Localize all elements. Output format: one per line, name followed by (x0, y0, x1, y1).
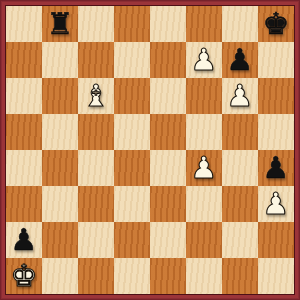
white-bishop-c6[interactable]: ♝ (83, 78, 110, 114)
square-c6[interactable]: ♝ (78, 78, 114, 114)
square-a3[interactable] (6, 186, 42, 222)
square-d6[interactable] (114, 78, 150, 114)
square-d4[interactable] (114, 150, 150, 186)
square-a1[interactable]: ♚ (6, 258, 42, 294)
white-pawn-h3[interactable]: ♟ (263, 186, 290, 222)
white-pawn-g6[interactable]: ♟ (227, 78, 254, 114)
square-b3[interactable] (42, 186, 78, 222)
square-d1[interactable] (114, 258, 150, 294)
black-pawn-g7[interactable]: ♟ (227, 42, 254, 78)
square-d8[interactable] (114, 6, 150, 42)
square-c2[interactable] (78, 222, 114, 258)
square-g5[interactable] (222, 114, 258, 150)
square-a8[interactable] (6, 6, 42, 42)
square-d5[interactable] (114, 114, 150, 150)
square-e6[interactable] (150, 78, 186, 114)
black-king-h8[interactable]: ♚ (263, 6, 290, 42)
square-g4[interactable] (222, 150, 258, 186)
square-h7[interactable] (258, 42, 294, 78)
square-g8[interactable] (222, 6, 258, 42)
square-b7[interactable] (42, 42, 78, 78)
square-d3[interactable] (114, 186, 150, 222)
square-f3[interactable] (186, 186, 222, 222)
chess-board: ♜♚♟♟♝♟♟♟♟♟♚ (5, 5, 295, 295)
square-e8[interactable] (150, 6, 186, 42)
square-c1[interactable] (78, 258, 114, 294)
square-h1[interactable] (258, 258, 294, 294)
square-e5[interactable] (150, 114, 186, 150)
square-c3[interactable] (78, 186, 114, 222)
square-f6[interactable] (186, 78, 222, 114)
square-h6[interactable] (258, 78, 294, 114)
square-g1[interactable] (222, 258, 258, 294)
square-c4[interactable] (78, 150, 114, 186)
square-b6[interactable] (42, 78, 78, 114)
square-b4[interactable] (42, 150, 78, 186)
square-g7[interactable]: ♟ (222, 42, 258, 78)
white-king-a1[interactable]: ♚ (11, 258, 38, 294)
square-a5[interactable] (6, 114, 42, 150)
square-h8[interactable]: ♚ (258, 6, 294, 42)
square-b5[interactable] (42, 114, 78, 150)
square-a4[interactable] (6, 150, 42, 186)
black-pawn-a2[interactable]: ♟ (11, 222, 38, 258)
square-h4[interactable]: ♟ (258, 150, 294, 186)
square-f2[interactable] (186, 222, 222, 258)
square-a6[interactable] (6, 78, 42, 114)
black-pawn-h4[interactable]: ♟ (263, 150, 290, 186)
square-f1[interactable] (186, 258, 222, 294)
square-a7[interactable] (6, 42, 42, 78)
square-f5[interactable] (186, 114, 222, 150)
black-rook-b8[interactable]: ♜ (47, 6, 74, 42)
square-f8[interactable] (186, 6, 222, 42)
square-e1[interactable] (150, 258, 186, 294)
square-e2[interactable] (150, 222, 186, 258)
square-b8[interactable]: ♜ (42, 6, 78, 42)
square-g2[interactable] (222, 222, 258, 258)
square-g6[interactable]: ♟ (222, 78, 258, 114)
board-frame: ♜♚♟♟♝♟♟♟♟♟♚ (0, 0, 300, 300)
square-h3[interactable]: ♟ (258, 186, 294, 222)
square-f7[interactable]: ♟ (186, 42, 222, 78)
square-g3[interactable] (222, 186, 258, 222)
square-d7[interactable] (114, 42, 150, 78)
square-b1[interactable] (42, 258, 78, 294)
square-c5[interactable] (78, 114, 114, 150)
square-c7[interactable] (78, 42, 114, 78)
square-e4[interactable] (150, 150, 186, 186)
square-e3[interactable] (150, 186, 186, 222)
white-pawn-f4[interactable]: ♟ (191, 150, 218, 186)
square-b2[interactable] (42, 222, 78, 258)
square-c8[interactable] (78, 6, 114, 42)
square-a2[interactable]: ♟ (6, 222, 42, 258)
square-h5[interactable] (258, 114, 294, 150)
square-f4[interactable]: ♟ (186, 150, 222, 186)
square-d2[interactable] (114, 222, 150, 258)
white-pawn-f7[interactable]: ♟ (191, 42, 218, 78)
square-e7[interactable] (150, 42, 186, 78)
square-h2[interactable] (258, 222, 294, 258)
